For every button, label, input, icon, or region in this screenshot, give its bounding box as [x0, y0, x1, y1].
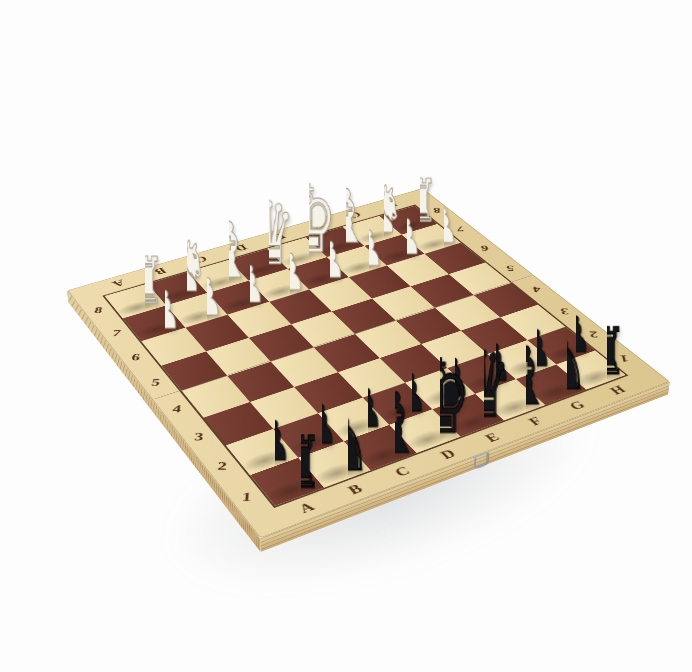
piece-glyph: ♟	[354, 226, 384, 272]
product-photo-scene: ABCDEFGH ABCDEFGH 87654321 87654321 ♜♞♝♛…	[0, 0, 692, 672]
piece-glyph: ♜	[279, 430, 323, 498]
rank-label-left-1: 1	[229, 479, 265, 516]
piece-glyph: ♞	[326, 411, 371, 481]
piece-glyph: ♟	[234, 261, 265, 309]
piece-glyph: ♟	[275, 249, 306, 297]
piece-glyph: ♟	[315, 237, 345, 284]
piece-glyph: ♟	[392, 215, 421, 261]
piece-glyph: ♜	[587, 322, 627, 384]
piece-glyph: ♟	[429, 204, 458, 249]
piece-glyph: ♝	[369, 384, 420, 463]
piece-glyph: ♟	[192, 273, 223, 322]
square-d4	[313, 334, 379, 372]
piece-glyph: ♞	[546, 334, 587, 399]
piece-glyph: ♟	[148, 286, 180, 335]
